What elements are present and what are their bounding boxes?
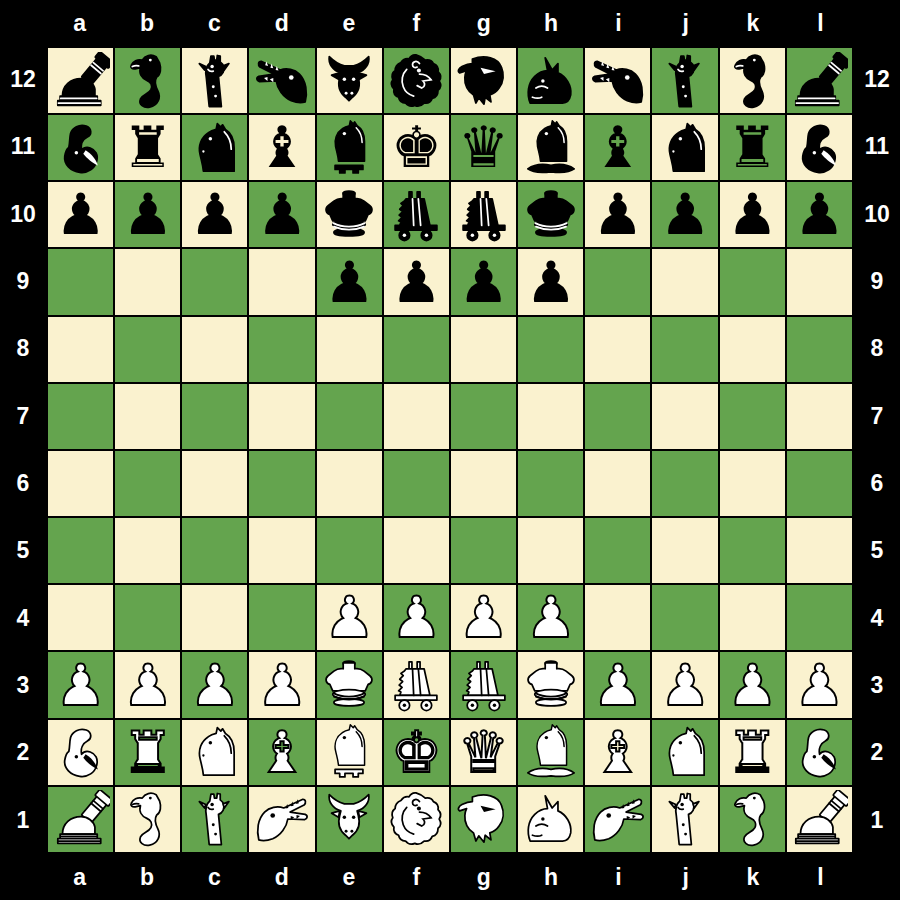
square-g7[interactable] (451, 384, 516, 449)
white-pawn[interactable]: ♟ (787, 652, 852, 717)
black-crocodile[interactable] (249, 48, 314, 113)
square-c11[interactable] (182, 115, 247, 180)
square-k4[interactable] (720, 585, 785, 650)
black-pawn[interactable]: ♟ (182, 182, 247, 247)
square-c8[interactable] (182, 317, 247, 382)
square-c7[interactable] (182, 384, 247, 449)
camel-icon (723, 52, 781, 110)
white-pawn[interactable]: ♟ (249, 652, 314, 717)
rank-label-12: 12 (856, 46, 898, 113)
white-knight-flatbase[interactable] (518, 720, 583, 785)
black-crown-prince[interactable] (518, 182, 583, 247)
square-h4[interactable]: ♟ (518, 585, 583, 650)
square-k6[interactable] (720, 451, 785, 516)
white-queen[interactable]: ♛ (451, 720, 516, 785)
square-f9[interactable]: ♟ (384, 249, 449, 314)
square-d12[interactable] (249, 48, 314, 113)
white-rook[interactable]: ♜ (115, 720, 180, 785)
square-c10[interactable]: ♟ (182, 182, 247, 247)
file-label-b: b (113, 856, 180, 898)
elephant-icon (790, 723, 848, 781)
file-label-a: a (46, 2, 113, 44)
square-d5[interactable] (249, 518, 314, 583)
crown-prince-icon (522, 656, 580, 714)
square-h5[interactable] (518, 518, 583, 583)
black-lion[interactable] (384, 48, 449, 113)
rank-label-11: 11 (856, 113, 898, 180)
rank-label-6: 6 (856, 450, 898, 517)
black-knight-flatbase[interactable] (518, 115, 583, 180)
square-l12[interactable] (787, 48, 852, 113)
black-camel[interactable] (720, 48, 785, 113)
black-queen[interactable]: ♛ (451, 115, 516, 180)
white-eagle[interactable] (451, 787, 516, 852)
rank-label-1: 1 (2, 787, 44, 854)
white-bishop[interactable]: ♝ (585, 720, 650, 785)
square-k8[interactable] (720, 317, 785, 382)
square-b1[interactable] (115, 787, 180, 852)
white-pawn[interactable]: ♟ (182, 652, 247, 717)
black-rhinoceros[interactable] (518, 48, 583, 113)
square-e9[interactable]: ♟ (317, 249, 382, 314)
white-wagon[interactable] (451, 652, 516, 717)
square-c4[interactable] (182, 585, 247, 650)
white-camel[interactable] (115, 787, 180, 852)
square-h9[interactable]: ♟ (518, 249, 583, 314)
black-wagon[interactable] (384, 182, 449, 247)
white-elephant[interactable] (787, 720, 852, 785)
square-i9[interactable] (585, 249, 650, 314)
rank-label-3: 3 (2, 652, 44, 719)
white-camel[interactable] (720, 787, 785, 852)
rank-label-4: 4 (856, 585, 898, 652)
square-c1[interactable] (182, 787, 247, 852)
crocodile-icon (253, 790, 311, 848)
square-a10[interactable]: ♟ (48, 182, 113, 247)
file-label-b: b (113, 2, 180, 44)
square-k3[interactable]: ♟ (720, 652, 785, 717)
square-j11[interactable] (652, 115, 717, 180)
square-h2[interactable] (518, 720, 583, 785)
square-k5[interactable] (720, 518, 785, 583)
black-pawn[interactable]: ♟ (48, 182, 113, 247)
rank-labels-left: 121110987654321 (2, 46, 44, 854)
square-i4[interactable] (585, 585, 650, 650)
square-b3[interactable]: ♟ (115, 652, 180, 717)
square-l1[interactable] (787, 787, 852, 852)
rank-label-10: 10 (856, 181, 898, 248)
square-i11[interactable]: ♝ (585, 115, 650, 180)
board-area: abcdefghijkl 121110987654321 ♜♝♚♛♝♜♟♟♟♟♟… (0, 0, 900, 900)
square-k2[interactable]: ♜ (720, 720, 785, 785)
rank-label-6: 6 (2, 450, 44, 517)
white-giraffe[interactable] (182, 787, 247, 852)
square-i5[interactable] (585, 518, 650, 583)
black-bull[interactable] (317, 48, 382, 113)
square-k11[interactable]: ♜ (720, 115, 785, 180)
wagon-icon (455, 186, 513, 244)
square-b5[interactable] (115, 518, 180, 583)
crocodile-icon (589, 790, 647, 848)
square-f10[interactable] (384, 182, 449, 247)
square-f1[interactable] (384, 787, 449, 852)
square-b4[interactable] (115, 585, 180, 650)
rank-label-2: 2 (2, 719, 44, 786)
black-king[interactable]: ♚ (384, 115, 449, 180)
black-knight[interactable] (652, 115, 717, 180)
giraffe-icon (656, 52, 714, 110)
square-g1[interactable] (451, 787, 516, 852)
giraffe-icon (186, 52, 244, 110)
square-k12[interactable] (720, 48, 785, 113)
wagon-icon (387, 186, 445, 244)
black-bishop[interactable]: ♝ (585, 115, 650, 180)
square-e6[interactable] (317, 451, 382, 516)
black-crocodile[interactable] (585, 48, 650, 113)
white-king[interactable]: ♚ (384, 720, 449, 785)
black-rook[interactable]: ♜ (720, 115, 785, 180)
square-l5[interactable] (787, 518, 852, 583)
square-k1[interactable] (720, 787, 785, 852)
black-giraffe[interactable] (652, 48, 717, 113)
black-cannon[interactable] (787, 48, 852, 113)
file-label-f: f (383, 2, 450, 44)
square-l11[interactable] (787, 115, 852, 180)
square-c2[interactable] (182, 720, 247, 785)
lion-icon (387, 52, 445, 110)
cannon-icon (52, 52, 110, 110)
file-label-d: d (248, 2, 315, 44)
square-j6[interactable] (652, 451, 717, 516)
white-pawn[interactable]: ♟ (115, 652, 180, 717)
black-camel[interactable] (115, 48, 180, 113)
square-d3[interactable]: ♟ (249, 652, 314, 717)
square-c12[interactable] (182, 48, 247, 113)
black-bishop[interactable]: ♝ (249, 115, 314, 180)
square-b8[interactable] (115, 317, 180, 382)
square-k7[interactable] (720, 384, 785, 449)
square-j3[interactable]: ♟ (652, 652, 717, 717)
square-e2[interactable] (317, 720, 382, 785)
rank-label-5: 5 (2, 517, 44, 584)
rank-label-11: 11 (2, 113, 44, 180)
square-j7[interactable] (652, 384, 717, 449)
square-j8[interactable] (652, 317, 717, 382)
square-e12[interactable] (317, 48, 382, 113)
black-cannon[interactable] (48, 48, 113, 113)
square-f8[interactable] (384, 317, 449, 382)
file-label-h: h (517, 2, 584, 44)
square-b6[interactable] (115, 451, 180, 516)
black-pawn[interactable]: ♟ (787, 182, 852, 247)
white-knight[interactable] (652, 720, 717, 785)
square-b2[interactable]: ♜ (115, 720, 180, 785)
black-knight[interactable] (182, 115, 247, 180)
square-d7[interactable] (249, 384, 314, 449)
square-g12[interactable] (451, 48, 516, 113)
file-label-f: f (383, 856, 450, 898)
rank-label-4: 4 (2, 585, 44, 652)
square-h11[interactable] (518, 115, 583, 180)
square-d4[interactable] (249, 585, 314, 650)
square-a7[interactable] (48, 384, 113, 449)
square-i1[interactable] (585, 787, 650, 852)
square-i6[interactable] (585, 451, 650, 516)
white-cannon[interactable] (48, 787, 113, 852)
black-pawn[interactable]: ♟ (451, 249, 516, 314)
white-cannon[interactable] (787, 787, 852, 852)
crocodile-icon (589, 52, 647, 110)
black-wagon[interactable] (451, 182, 516, 247)
square-b12[interactable] (115, 48, 180, 113)
black-crown-prince[interactable] (317, 182, 382, 247)
white-pawn[interactable]: ♟ (317, 585, 382, 650)
square-c5[interactable] (182, 518, 247, 583)
crocodile-icon (253, 52, 311, 110)
square-g3[interactable] (451, 652, 516, 717)
white-pawn[interactable]: ♟ (652, 652, 717, 717)
cannon-icon (790, 790, 848, 848)
square-a6[interactable] (48, 451, 113, 516)
square-f4[interactable]: ♟ (384, 585, 449, 650)
square-a4[interactable] (48, 585, 113, 650)
white-crocodile[interactable] (249, 787, 314, 852)
square-f7[interactable] (384, 384, 449, 449)
square-h8[interactable] (518, 317, 583, 382)
white-pawn[interactable]: ♟ (384, 585, 449, 650)
black-elephant[interactable] (48, 115, 113, 180)
square-k9[interactable] (720, 249, 785, 314)
file-label-k: k (719, 2, 786, 44)
white-pawn[interactable]: ♟ (585, 652, 650, 717)
file-label-k: k (719, 856, 786, 898)
square-i2[interactable]: ♝ (585, 720, 650, 785)
square-j9[interactable] (652, 249, 717, 314)
file-label-j: j (652, 856, 719, 898)
camel-icon (119, 790, 177, 848)
square-a2[interactable] (48, 720, 113, 785)
square-e5[interactable] (317, 518, 382, 583)
black-pawn[interactable]: ♟ (518, 249, 583, 314)
rank-label-3: 3 (856, 652, 898, 719)
file-label-l: l (787, 856, 854, 898)
file-label-c: c (181, 856, 248, 898)
white-elephant[interactable] (48, 720, 113, 785)
white-bishop[interactable]: ♝ (249, 720, 314, 785)
black-rook[interactable]: ♜ (115, 115, 180, 180)
black-pawn[interactable]: ♟ (720, 182, 785, 247)
white-wagon[interactable] (384, 652, 449, 717)
square-d2[interactable]: ♝ (249, 720, 314, 785)
rank-labels-right: 121110987654321 (856, 46, 898, 854)
square-d1[interactable] (249, 787, 314, 852)
square-g4[interactable]: ♟ (451, 585, 516, 650)
square-e11[interactable] (317, 115, 382, 180)
square-d10[interactable]: ♟ (249, 182, 314, 247)
square-h1[interactable] (518, 787, 583, 852)
black-pawn[interactable]: ♟ (585, 182, 650, 247)
camel-icon (723, 790, 781, 848)
square-g10[interactable] (451, 182, 516, 247)
white-giraffe[interactable] (652, 787, 717, 852)
white-crocodile[interactable] (585, 787, 650, 852)
rank-label-12: 12 (2, 46, 44, 113)
white-pawn[interactable]: ♟ (518, 585, 583, 650)
white-bull[interactable] (317, 787, 382, 852)
square-l8[interactable] (787, 317, 852, 382)
square-k10[interactable]: ♟ (720, 182, 785, 247)
knight-flatbase-icon (522, 119, 580, 177)
square-l6[interactable] (787, 451, 852, 516)
square-j10[interactable]: ♟ (652, 182, 717, 247)
square-g2[interactable]: ♛ (451, 720, 516, 785)
square-a3[interactable]: ♟ (48, 652, 113, 717)
square-i10[interactable]: ♟ (585, 182, 650, 247)
square-h7[interactable] (518, 384, 583, 449)
knight-flatbase-icon (522, 723, 580, 781)
black-pawn[interactable]: ♟ (652, 182, 717, 247)
square-i3[interactable]: ♟ (585, 652, 650, 717)
chess-board[interactable]: ♜♝♚♛♝♜♟♟♟♟♟♟♟♟♟♟♟♟♟♟♟♟♟♟♟♟♟♟♟♟♜♝♚♛♝♜ (46, 46, 854, 854)
rank-label-7: 7 (856, 383, 898, 450)
square-j2[interactable] (652, 720, 717, 785)
square-l3[interactable]: ♟ (787, 652, 852, 717)
black-pawn[interactable]: ♟ (249, 182, 314, 247)
square-d11[interactable]: ♝ (249, 115, 314, 180)
giraffe-icon (656, 790, 714, 848)
rank-label-2: 2 (856, 719, 898, 786)
black-eagle[interactable] (451, 48, 516, 113)
square-h6[interactable] (518, 451, 583, 516)
square-j12[interactable] (652, 48, 717, 113)
file-label-g: g (450, 2, 517, 44)
cannon-icon (52, 790, 110, 848)
square-l9[interactable] (787, 249, 852, 314)
white-pawn[interactable]: ♟ (451, 585, 516, 650)
file-labels-top: abcdefghijkl (46, 2, 854, 44)
square-d6[interactable] (249, 451, 314, 516)
knight-pedestal-icon (320, 723, 378, 781)
giraffe-icon (186, 790, 244, 848)
square-e10[interactable] (317, 182, 382, 247)
square-g9[interactable]: ♟ (451, 249, 516, 314)
square-j4[interactable] (652, 585, 717, 650)
square-c3[interactable]: ♟ (182, 652, 247, 717)
square-a1[interactable] (48, 787, 113, 852)
square-l10[interactable]: ♟ (787, 182, 852, 247)
square-i12[interactable] (585, 48, 650, 113)
file-label-g: g (450, 856, 517, 898)
square-g5[interactable] (451, 518, 516, 583)
square-f12[interactable] (384, 48, 449, 113)
black-pawn[interactable]: ♟ (384, 249, 449, 314)
white-knight[interactable] (182, 720, 247, 785)
square-f11[interactable]: ♚ (384, 115, 449, 180)
rhinoceros-icon (522, 790, 580, 848)
crown-prince-icon (320, 656, 378, 714)
square-c6[interactable] (182, 451, 247, 516)
square-j1[interactable] (652, 787, 717, 852)
black-pawn[interactable]: ♟ (317, 249, 382, 314)
square-a8[interactable] (48, 317, 113, 382)
white-crown-prince[interactable] (518, 652, 583, 717)
square-g8[interactable] (451, 317, 516, 382)
square-f3[interactable] (384, 652, 449, 717)
file-label-i: i (585, 2, 652, 44)
knight-pedestal-icon (320, 119, 378, 177)
white-pawn[interactable]: ♟ (720, 652, 785, 717)
square-e7[interactable] (317, 384, 382, 449)
square-b7[interactable] (115, 384, 180, 449)
square-f2[interactable]: ♚ (384, 720, 449, 785)
square-b11[interactable]: ♜ (115, 115, 180, 180)
white-crown-prince[interactable] (317, 652, 382, 717)
file-label-a: a (46, 856, 113, 898)
square-h10[interactable] (518, 182, 583, 247)
square-a9[interactable] (48, 249, 113, 314)
square-l2[interactable] (787, 720, 852, 785)
knight-icon (186, 723, 244, 781)
eagle-icon (455, 52, 513, 110)
square-g6[interactable] (451, 451, 516, 516)
square-c9[interactable] (182, 249, 247, 314)
black-giraffe[interactable] (182, 48, 247, 113)
knight-icon (656, 723, 714, 781)
knight-icon (186, 119, 244, 177)
square-f5[interactable] (384, 518, 449, 583)
elephant-icon (52, 723, 110, 781)
square-e8[interactable] (317, 317, 382, 382)
square-h3[interactable] (518, 652, 583, 717)
elephant-icon (52, 119, 110, 177)
square-l7[interactable] (787, 384, 852, 449)
file-labels-bottom: abcdefghijkl (46, 856, 854, 898)
square-a5[interactable] (48, 518, 113, 583)
square-b10[interactable]: ♟ (115, 182, 180, 247)
cannon-icon (790, 52, 848, 110)
black-elephant[interactable] (787, 115, 852, 180)
square-b9[interactable] (115, 249, 180, 314)
square-a12[interactable] (48, 48, 113, 113)
square-f6[interactable] (384, 451, 449, 516)
square-e1[interactable] (317, 787, 382, 852)
black-pawn[interactable]: ♟ (115, 182, 180, 247)
rank-label-1: 1 (856, 787, 898, 854)
eagle-icon (455, 790, 513, 848)
file-label-e: e (315, 2, 382, 44)
square-j5[interactable] (652, 518, 717, 583)
square-l4[interactable] (787, 585, 852, 650)
square-e3[interactable] (317, 652, 382, 717)
square-i7[interactable] (585, 384, 650, 449)
white-rook[interactable]: ♜ (720, 720, 785, 785)
camel-icon (119, 52, 177, 110)
square-e4[interactable]: ♟ (317, 585, 382, 650)
white-knight-pedestal[interactable] (317, 720, 382, 785)
square-a11[interactable] (48, 115, 113, 180)
rank-label-8: 8 (856, 315, 898, 382)
square-i8[interactable] (585, 317, 650, 382)
file-label-l: l (787, 2, 854, 44)
white-rhinoceros[interactable] (518, 787, 583, 852)
square-g11[interactable]: ♛ (451, 115, 516, 180)
square-d9[interactable] (249, 249, 314, 314)
square-d8[interactable] (249, 317, 314, 382)
square-h12[interactable] (518, 48, 583, 113)
black-knight-pedestal[interactable] (317, 115, 382, 180)
white-pawn[interactable]: ♟ (48, 652, 113, 717)
white-lion[interactable] (384, 787, 449, 852)
